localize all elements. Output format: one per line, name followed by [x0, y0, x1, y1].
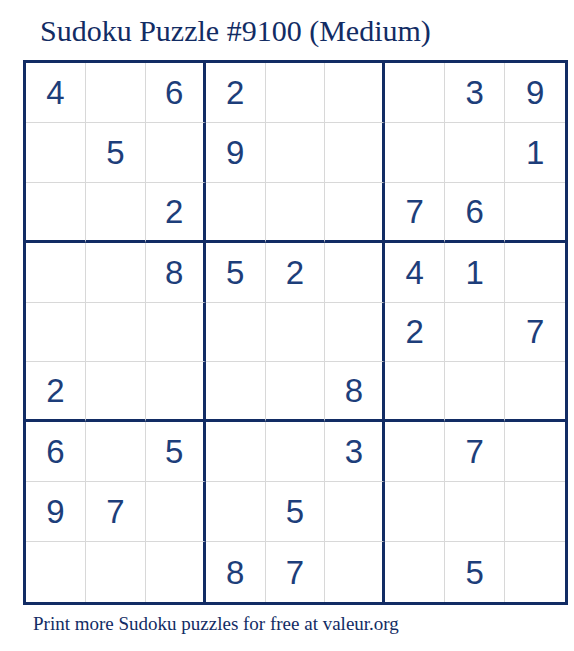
cell-r9c1[interactable]: [26, 542, 86, 602]
cell-r5c6[interactable]: [325, 303, 385, 363]
cell-r7c2[interactable]: [86, 422, 146, 482]
cell-r6c4[interactable]: [206, 362, 266, 422]
cell-r4c7[interactable]: 4: [385, 243, 445, 303]
cell-r5c7[interactable]: 2: [385, 303, 445, 363]
sudoku-page: Sudoku Puzzle #9100 (Medium) 46239591276…: [0, 0, 574, 651]
cell-r9c9[interactable]: [505, 542, 565, 602]
cell-r1c7[interactable]: [385, 63, 445, 123]
cell-r4c9[interactable]: [505, 243, 565, 303]
cell-r7c6[interactable]: 3: [325, 422, 385, 482]
cell-r4c1[interactable]: [26, 243, 86, 303]
puzzle-title: Sudoku Puzzle #9100 (Medium): [40, 14, 431, 48]
cell-r2c6[interactable]: [325, 123, 385, 183]
cell-r5c5[interactable]: [266, 303, 326, 363]
cell-r8c2[interactable]: 7: [86, 482, 146, 542]
cell-r5c9[interactable]: 7: [505, 303, 565, 363]
cell-r1c4[interactable]: 2: [206, 63, 266, 123]
cell-r7c9[interactable]: [505, 422, 565, 482]
cell-r1c6[interactable]: [325, 63, 385, 123]
cell-r5c4[interactable]: [206, 303, 266, 363]
cell-r4c2[interactable]: [86, 243, 146, 303]
cell-r7c8[interactable]: 7: [445, 422, 505, 482]
cell-r8c1[interactable]: 9: [26, 482, 86, 542]
cell-r8c4[interactable]: [206, 482, 266, 542]
cell-r5c8[interactable]: [445, 303, 505, 363]
cell-r3c8[interactable]: 6: [445, 183, 505, 243]
cell-r3c7[interactable]: 7: [385, 183, 445, 243]
cell-r5c3[interactable]: [146, 303, 206, 363]
cell-r3c6[interactable]: [325, 183, 385, 243]
cell-r1c3[interactable]: 6: [146, 63, 206, 123]
cell-r5c1[interactable]: [26, 303, 86, 363]
cell-r5c2[interactable]: [86, 303, 146, 363]
cell-r3c2[interactable]: [86, 183, 146, 243]
cell-r3c9[interactable]: [505, 183, 565, 243]
cell-r3c5[interactable]: [266, 183, 326, 243]
cell-r7c3[interactable]: 5: [146, 422, 206, 482]
cell-r2c7[interactable]: [385, 123, 445, 183]
cell-r3c3[interactable]: 2: [146, 183, 206, 243]
cell-r3c1[interactable]: [26, 183, 86, 243]
cell-r2c5[interactable]: [266, 123, 326, 183]
cell-r3c4[interactable]: [206, 183, 266, 243]
cell-r1c8[interactable]: 3: [445, 63, 505, 123]
cell-r9c7[interactable]: [385, 542, 445, 602]
cell-r6c2[interactable]: [86, 362, 146, 422]
cell-r4c3[interactable]: 8: [146, 243, 206, 303]
cell-r8c5[interactable]: 5: [266, 482, 326, 542]
cell-r9c8[interactable]: 5: [445, 542, 505, 602]
cell-r4c8[interactable]: 1: [445, 243, 505, 303]
cell-r6c5[interactable]: [266, 362, 326, 422]
cell-r1c2[interactable]: [86, 63, 146, 123]
cell-r6c3[interactable]: [146, 362, 206, 422]
cell-r1c1[interactable]: 4: [26, 63, 86, 123]
cell-r7c1[interactable]: 6: [26, 422, 86, 482]
cell-r9c2[interactable]: [86, 542, 146, 602]
cell-r8c6[interactable]: [325, 482, 385, 542]
cell-r8c7[interactable]: [385, 482, 445, 542]
cell-r8c8[interactable]: [445, 482, 505, 542]
cell-r6c1[interactable]: 2: [26, 362, 86, 422]
cell-r6c6[interactable]: 8: [325, 362, 385, 422]
cell-r2c4[interactable]: 9: [206, 123, 266, 183]
cell-r1c5[interactable]: [266, 63, 326, 123]
cell-r6c8[interactable]: [445, 362, 505, 422]
footer-text: Print more Sudoku puzzles for free at va…: [33, 613, 399, 635]
cell-r4c4[interactable]: 5: [206, 243, 266, 303]
cell-r9c3[interactable]: [146, 542, 206, 602]
cell-r2c2[interactable]: 5: [86, 123, 146, 183]
cell-r2c9[interactable]: 1: [505, 123, 565, 183]
cell-r2c3[interactable]: [146, 123, 206, 183]
cell-r4c5[interactable]: 2: [266, 243, 326, 303]
cell-r8c3[interactable]: [146, 482, 206, 542]
cell-r9c4[interactable]: 8: [206, 542, 266, 602]
cell-r6c9[interactable]: [505, 362, 565, 422]
cell-r2c1[interactable]: [26, 123, 86, 183]
cell-r7c7[interactable]: [385, 422, 445, 482]
cell-r2c8[interactable]: [445, 123, 505, 183]
cell-r4c6[interactable]: [325, 243, 385, 303]
cell-r8c9[interactable]: [505, 482, 565, 542]
cell-r7c5[interactable]: [266, 422, 326, 482]
cell-r6c7[interactable]: [385, 362, 445, 422]
cell-r9c6[interactable]: [325, 542, 385, 602]
cell-r7c4[interactable]: [206, 422, 266, 482]
sudoku-grid: 462395912768524127286537975875: [23, 60, 568, 605]
cell-r9c5[interactable]: 7: [266, 542, 326, 602]
cell-r1c9[interactable]: 9: [505, 63, 565, 123]
